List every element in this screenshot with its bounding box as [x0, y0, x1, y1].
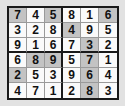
cell-r1c1[interactable]: 7 — [9, 8, 27, 23]
cell-r2c4[interactable]: 4 — [63, 23, 81, 38]
cell-r4c3[interactable]: 9 — [45, 53, 63, 68]
cell-r5c4[interactable]: 9 — [63, 68, 81, 83]
cell-r5c6[interactable]: 4 — [99, 68, 117, 83]
cell-r3c5[interactable]: 3 — [81, 38, 99, 53]
cell-r4c2[interactable]: 8 — [27, 53, 45, 68]
cell-r1c5[interactable]: 1 — [81, 8, 99, 23]
cell-r1c2[interactable]: 4 — [27, 8, 45, 23]
cell-r6c6[interactable]: 3 — [99, 83, 117, 98]
cell-r1c3[interactable]: 5 — [45, 8, 63, 23]
cell-r5c5[interactable]: 6 — [81, 68, 99, 83]
cell-r6c4[interactable]: 2 — [63, 83, 81, 98]
cell-r3c6[interactable]: 2 — [99, 38, 117, 53]
cell-r3c2[interactable]: 1 — [27, 38, 45, 53]
cell-r2c5[interactable]: 9 — [81, 23, 99, 38]
page-background: { "game": "sudoku", "description": "Top-… — [0, 0, 125, 106]
cell-r5c2[interactable]: 5 — [27, 68, 45, 83]
cell-r3c1[interactable]: 9 — [9, 38, 27, 53]
cell-r3c3[interactable]: 6 — [45, 38, 63, 53]
cell-r6c2[interactable]: 7 — [27, 83, 45, 98]
cell-r3c4[interactable]: 7 — [63, 38, 81, 53]
cell-r6c1[interactable]: 4 — [9, 83, 27, 98]
cell-r1c4[interactable]: 8 — [63, 8, 81, 23]
cell-r2c6[interactable]: 5 — [99, 23, 117, 38]
cell-r2c3[interactable]: 8 — [45, 23, 63, 38]
cell-r4c5[interactable]: 7 — [81, 53, 99, 68]
cell-r5c3[interactable]: 3 — [45, 68, 63, 83]
cell-r2c1[interactable]: 3 — [9, 23, 27, 38]
cell-r4c6[interactable]: 1 — [99, 53, 117, 68]
cell-r2c2[interactable]: 2 — [27, 23, 45, 38]
cell-r6c3[interactable]: 1 — [45, 83, 63, 98]
sudoku-board: 745816328495916732689571253964471283 — [7, 6, 119, 100]
cell-r1c6[interactable]: 6 — [99, 8, 117, 23]
cell-r4c4[interactable]: 5 — [63, 53, 81, 68]
cell-r6c5[interactable]: 8 — [81, 83, 99, 98]
cell-r5c1[interactable]: 2 — [9, 68, 27, 83]
cell-r4c1[interactable]: 6 — [9, 53, 27, 68]
